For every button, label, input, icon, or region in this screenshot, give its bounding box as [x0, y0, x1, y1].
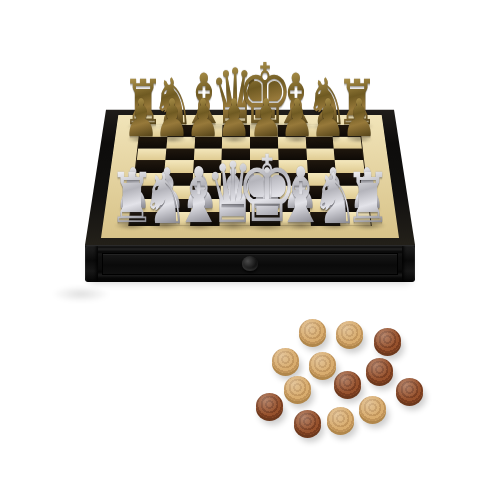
checker-dark: [294, 410, 321, 435]
checker-light: [359, 396, 386, 421]
checker-dark: [374, 328, 401, 353]
checker-dark: [396, 378, 423, 403]
checker-dark: [256, 393, 283, 418]
checker-dark: [334, 371, 361, 396]
checker-light: [309, 352, 336, 377]
checker-dark: [366, 358, 393, 383]
checker-light: [284, 376, 311, 401]
checker-light: [299, 319, 326, 344]
checkers-group: [0, 0, 500, 500]
checker-light: [327, 407, 354, 432]
product-photo-scene: ♜♞♝♛♚♝♞♜♟♟♟♟♟♟♟♟♟♟♟♟♟♟♟♟♜♞♝♛♚♝♞♜: [0, 0, 500, 500]
checker-light: [336, 321, 363, 346]
checker-light: [272, 348, 299, 373]
